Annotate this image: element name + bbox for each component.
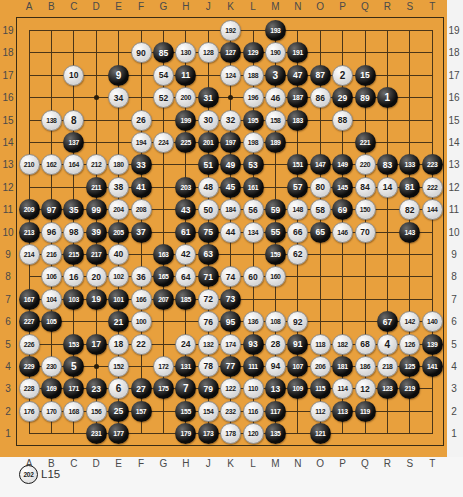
stone-N16[interactable]: 187 bbox=[287, 87, 308, 108]
row-label-left: 12 bbox=[0, 182, 16, 193]
stone-J14[interactable]: 201 bbox=[198, 132, 219, 153]
stone-J13[interactable]: 51 bbox=[198, 154, 219, 175]
stone-S6[interactable]: 142 bbox=[399, 311, 420, 332]
stone-G9[interactable]: 163 bbox=[153, 244, 174, 265]
stone-S11[interactable]: 82 bbox=[399, 199, 420, 220]
row-label-right: 10 bbox=[446, 227, 462, 238]
stone-H2[interactable]: 155 bbox=[175, 401, 196, 422]
stone-C5[interactable]: 153 bbox=[63, 334, 84, 355]
stone-G16[interactable]: 52 bbox=[153, 87, 174, 108]
star-point bbox=[94, 364, 99, 369]
stone-R6[interactable]: 67 bbox=[377, 311, 398, 332]
stone-L5[interactable]: 93 bbox=[243, 334, 264, 355]
stone-K1[interactable]: 178 bbox=[220, 423, 241, 444]
row-label-left: 4 bbox=[0, 361, 16, 372]
stone-N6[interactable]: 92 bbox=[287, 311, 308, 332]
stone-G18[interactable]: 85 bbox=[153, 42, 174, 63]
column-label-top: A bbox=[21, 1, 37, 12]
stone-M8[interactable]: 160 bbox=[265, 266, 286, 287]
stone-L8[interactable]: 60 bbox=[243, 266, 264, 287]
stone-H5[interactable]: 24 bbox=[175, 334, 196, 355]
stone-F2[interactable]: 157 bbox=[131, 401, 152, 422]
stone-P2[interactable]: 113 bbox=[332, 401, 353, 422]
stone-M4[interactable]: 94 bbox=[265, 356, 286, 377]
column-label-bottom: K bbox=[223, 458, 239, 469]
stone-O1[interactable]: 121 bbox=[310, 423, 331, 444]
column-label-bottom: C bbox=[66, 458, 82, 469]
stone-C9[interactable]: 215 bbox=[63, 244, 84, 265]
column-label-bottom: G bbox=[155, 458, 171, 469]
column-label-top: D bbox=[88, 1, 104, 12]
stone-E7[interactable]: 101 bbox=[108, 289, 129, 310]
column-label-top: P bbox=[335, 1, 351, 12]
stone-E5[interactable]: 18 bbox=[108, 334, 129, 355]
stone-D9[interactable]: 217 bbox=[86, 244, 107, 265]
stone-J15[interactable]: 30 bbox=[198, 110, 219, 131]
row-label-left: 19 bbox=[0, 25, 16, 36]
row-label-left: 5 bbox=[0, 339, 16, 350]
stone-B7[interactable]: 104 bbox=[41, 289, 62, 310]
stone-P15[interactable]: 88 bbox=[332, 110, 353, 131]
stone-P12[interactable]: 145 bbox=[332, 177, 353, 198]
stone-C15[interactable]: 8 bbox=[63, 110, 84, 131]
stone-Q10[interactable]: 70 bbox=[355, 222, 376, 243]
stone-R4[interactable]: 218 bbox=[377, 356, 398, 377]
stone-M18[interactable]: 190 bbox=[265, 42, 286, 63]
stone-N5[interactable]: 91 bbox=[287, 334, 308, 355]
stone-K15[interactable]: 32 bbox=[220, 110, 241, 131]
stone-N15[interactable]: 183 bbox=[287, 110, 308, 131]
stone-F15[interactable]: 26 bbox=[131, 110, 152, 131]
stone-N12[interactable]: 57 bbox=[287, 177, 308, 198]
stone-O3[interactable]: 115 bbox=[310, 378, 331, 399]
stone-A3[interactable]: 228 bbox=[19, 378, 40, 399]
stone-L15[interactable]: 195 bbox=[243, 110, 264, 131]
row-label-left: 13 bbox=[0, 159, 16, 170]
stone-C8[interactable]: 16 bbox=[63, 266, 84, 287]
stone-F6[interactable]: 100 bbox=[131, 311, 152, 332]
stone-J5[interactable]: 132 bbox=[198, 334, 219, 355]
stone-D3[interactable]: 23 bbox=[86, 378, 107, 399]
row-label-left: 1 bbox=[0, 428, 16, 439]
stone-S10[interactable]: 143 bbox=[399, 222, 420, 243]
stone-P3[interactable]: 114 bbox=[332, 378, 353, 399]
stone-E8[interactable]: 102 bbox=[108, 266, 129, 287]
stone-N13[interactable]: 151 bbox=[287, 154, 308, 175]
column-label-top: F bbox=[133, 1, 149, 12]
stone-Q2[interactable]: 119 bbox=[355, 401, 376, 422]
stone-H7[interactable]: 185 bbox=[175, 289, 196, 310]
stone-L1[interactable]: 120 bbox=[243, 423, 264, 444]
row-label-right: 11 bbox=[446, 204, 462, 215]
stone-B9[interactable]: 216 bbox=[41, 244, 62, 265]
stone-M11[interactable]: 59 bbox=[265, 199, 286, 220]
stone-F14[interactable]: 194 bbox=[131, 132, 152, 153]
stone-A4[interactable]: 229 bbox=[19, 356, 40, 377]
row-label-right: 2 bbox=[446, 406, 462, 417]
stone-P10[interactable]: 146 bbox=[332, 222, 353, 243]
stone-F13[interactable]: 33 bbox=[131, 154, 152, 175]
stone-N9[interactable]: 62 bbox=[287, 244, 308, 265]
stone-E17[interactable]: 9 bbox=[108, 65, 129, 86]
stone-Q5[interactable]: 68 bbox=[355, 334, 376, 355]
stone-B8[interactable]: 106 bbox=[41, 266, 62, 287]
stone-J8[interactable]: 71 bbox=[198, 266, 219, 287]
stone-O17[interactable]: 87 bbox=[310, 65, 331, 86]
row-label-right: 3 bbox=[446, 383, 462, 394]
stone-T6[interactable]: 140 bbox=[422, 311, 443, 332]
stone-C3[interactable]: 171 bbox=[63, 378, 84, 399]
stone-N4[interactable]: 107 bbox=[287, 356, 308, 377]
column-label-bottom: O bbox=[312, 458, 328, 469]
stone-M6[interactable]: 108 bbox=[265, 311, 286, 332]
column-label-top: N bbox=[290, 1, 306, 12]
stone-Q13[interactable]: 220 bbox=[355, 154, 376, 175]
column-label-top: Q bbox=[357, 1, 373, 12]
stone-T12[interactable]: 222 bbox=[422, 177, 443, 198]
stone-H14[interactable]: 225 bbox=[175, 132, 196, 153]
stone-Q14[interactable]: 221 bbox=[355, 132, 376, 153]
stone-B3[interactable]: 169 bbox=[41, 378, 62, 399]
stone-E9[interactable]: 40 bbox=[108, 244, 129, 265]
stone-O10[interactable]: 65 bbox=[310, 222, 331, 243]
stone-H11[interactable]: 43 bbox=[175, 199, 196, 220]
row-label-left: 2 bbox=[0, 406, 16, 417]
stone-J4[interactable]: 78 bbox=[198, 356, 219, 377]
stone-B6[interactable]: 105 bbox=[41, 311, 62, 332]
stone-F7[interactable]: 166 bbox=[131, 289, 152, 310]
stone-P13[interactable]: 149 bbox=[332, 154, 353, 175]
stone-M16[interactable]: 46 bbox=[265, 87, 286, 108]
stone-P16[interactable]: 29 bbox=[332, 87, 353, 108]
stone-E3[interactable]: 6 bbox=[108, 378, 129, 399]
stone-L12[interactable]: 161 bbox=[243, 177, 264, 198]
stone-E10[interactable]: 205 bbox=[108, 222, 129, 243]
stone-O5[interactable]: 118 bbox=[310, 334, 331, 355]
column-label-bottom: D bbox=[88, 458, 104, 469]
stone-K4[interactable]: 77 bbox=[220, 356, 241, 377]
stone-M3[interactable]: 13 bbox=[265, 378, 286, 399]
stone-C2[interactable]: 168 bbox=[63, 401, 84, 422]
stone-O2[interactable]: 112 bbox=[310, 401, 331, 422]
stone-H3[interactable]: 7 bbox=[175, 378, 196, 399]
stone-Q12[interactable]: 84 bbox=[355, 177, 376, 198]
stone-J3[interactable]: 79 bbox=[198, 378, 219, 399]
stone-N17[interactable]: 47 bbox=[287, 65, 308, 86]
column-label-bottom: N bbox=[290, 458, 306, 469]
stone-G3[interactable]: 175 bbox=[153, 378, 174, 399]
stone-E4[interactable]: 152 bbox=[108, 356, 129, 377]
row-label-left: 8 bbox=[0, 271, 16, 282]
stone-D11[interactable]: 99 bbox=[86, 199, 107, 220]
stone-P11[interactable]: 69 bbox=[332, 199, 353, 220]
stone-G17[interactable]: 54 bbox=[153, 65, 174, 86]
stone-L10[interactable]: 134 bbox=[243, 222, 264, 243]
stone-A6[interactable]: 227 bbox=[19, 311, 40, 332]
stone-O11[interactable]: 58 bbox=[310, 199, 331, 220]
stone-L18[interactable]: 129 bbox=[243, 42, 264, 63]
row-label-right: 15 bbox=[446, 115, 462, 126]
stone-L3[interactable]: 110 bbox=[243, 378, 264, 399]
row-label-right: 4 bbox=[446, 361, 462, 372]
stone-J10[interactable]: 75 bbox=[198, 222, 219, 243]
stone-K17[interactable]: 124 bbox=[220, 65, 241, 86]
stone-D13[interactable]: 212 bbox=[86, 154, 107, 175]
stone-C11[interactable]: 35 bbox=[63, 199, 84, 220]
stone-J1[interactable]: 173 bbox=[198, 423, 219, 444]
stone-J9[interactable]: 63 bbox=[198, 244, 219, 265]
row-label-right: 9 bbox=[446, 249, 462, 260]
go-kifu-diagram: AABBCCDDEEFFGGHHJJKKLLMMNNOOPPQQRRSSTT19… bbox=[0, 0, 463, 497]
stone-T13[interactable]: 223 bbox=[422, 154, 443, 175]
row-label-right: 16 bbox=[446, 92, 462, 103]
stone-H4[interactable]: 131 bbox=[175, 356, 196, 377]
column-label-top: L bbox=[245, 1, 261, 12]
stone-E1[interactable]: 177 bbox=[108, 423, 129, 444]
caption-stone-202: 202 bbox=[19, 465, 38, 484]
stone-L4[interactable]: 111 bbox=[243, 356, 264, 377]
stone-N10[interactable]: 66 bbox=[287, 222, 308, 243]
column-label-top: O bbox=[312, 1, 328, 12]
row-label-right: 18 bbox=[446, 47, 462, 58]
column-label-top: T bbox=[424, 1, 440, 12]
stone-C4[interactable]: 5 bbox=[63, 356, 84, 377]
column-label-bottom: Q bbox=[357, 458, 373, 469]
column-label-bottom: H bbox=[178, 458, 194, 469]
stone-Q4[interactable]: 186 bbox=[355, 356, 376, 377]
stone-R16[interactable]: 1 bbox=[377, 87, 398, 108]
stone-P5[interactable]: 182 bbox=[332, 334, 353, 355]
row-label-right: 8 bbox=[446, 271, 462, 282]
stone-E16[interactable]: 34 bbox=[108, 87, 129, 108]
stone-E6[interactable]: 21 bbox=[108, 311, 129, 332]
stone-H1[interactable]: 179 bbox=[175, 423, 196, 444]
stone-K3[interactable]: 122 bbox=[220, 378, 241, 399]
stone-E11[interactable]: 204 bbox=[108, 199, 129, 220]
stone-R3[interactable]: 123 bbox=[377, 378, 398, 399]
stone-L2[interactable]: 116 bbox=[243, 401, 264, 422]
column-label-top: B bbox=[43, 1, 59, 12]
stone-M1[interactable]: 135 bbox=[265, 423, 286, 444]
stone-Q16[interactable]: 89 bbox=[355, 87, 376, 108]
stone-A10[interactable]: 213 bbox=[19, 222, 40, 243]
stone-Q11[interactable]: 150 bbox=[355, 199, 376, 220]
stone-J16[interactable]: 31 bbox=[198, 87, 219, 108]
column-label-bottom: T bbox=[424, 458, 440, 469]
stone-F3[interactable]: 27 bbox=[131, 378, 152, 399]
stone-F10[interactable]: 37 bbox=[131, 222, 152, 243]
stone-J6[interactable]: 76 bbox=[198, 311, 219, 332]
stone-K14[interactable]: 197 bbox=[220, 132, 241, 153]
stone-A13[interactable]: 210 bbox=[19, 154, 40, 175]
stone-H8[interactable]: 64 bbox=[175, 266, 196, 287]
stone-B13[interactable]: 162 bbox=[41, 154, 62, 175]
stone-C13[interactable]: 164 bbox=[63, 154, 84, 175]
stone-B2[interactable]: 170 bbox=[41, 401, 62, 422]
row-label-left: 16 bbox=[0, 92, 16, 103]
stone-D1[interactable]: 231 bbox=[86, 423, 107, 444]
stone-S12[interactable]: 81 bbox=[399, 177, 420, 198]
stone-L16[interactable]: 196 bbox=[243, 87, 264, 108]
stone-H10[interactable]: 61 bbox=[175, 222, 196, 243]
stone-J2[interactable]: 154 bbox=[198, 401, 219, 422]
column-label-top: C bbox=[66, 1, 82, 12]
stone-L13[interactable]: 53 bbox=[243, 154, 264, 175]
stone-A11[interactable]: 209 bbox=[19, 199, 40, 220]
stone-B4[interactable]: 230 bbox=[41, 356, 62, 377]
stone-D5[interactable]: 17 bbox=[86, 334, 107, 355]
row-label-right: 5 bbox=[446, 339, 462, 350]
stone-D10[interactable]: 39 bbox=[86, 222, 107, 243]
column-label-top: H bbox=[178, 1, 194, 12]
column-label-top: R bbox=[379, 1, 395, 12]
stone-E2[interactable]: 25 bbox=[108, 401, 129, 422]
stone-H15[interactable]: 199 bbox=[175, 110, 196, 131]
stone-F18[interactable]: 90 bbox=[131, 42, 152, 63]
row-label-left: 15 bbox=[0, 115, 16, 126]
stone-S3[interactable]: 219 bbox=[399, 378, 420, 399]
stone-H9[interactable]: 42 bbox=[175, 244, 196, 265]
stone-R5[interactable]: 4 bbox=[377, 334, 398, 355]
stone-C10[interactable]: 98 bbox=[63, 222, 84, 243]
row-label-left: 14 bbox=[0, 137, 16, 148]
column-label-bottom: E bbox=[111, 458, 127, 469]
stone-O4[interactable]: 206 bbox=[310, 356, 331, 377]
stone-P17[interactable]: 2 bbox=[332, 65, 353, 86]
row-label-left: 17 bbox=[0, 70, 16, 81]
stone-M19[interactable]: 193 bbox=[265, 20, 286, 41]
row-label-right: 13 bbox=[446, 159, 462, 170]
stone-T5[interactable]: 139 bbox=[422, 334, 443, 355]
row-label-left: 10 bbox=[0, 227, 16, 238]
stone-S4[interactable]: 125 bbox=[399, 356, 420, 377]
stone-A9[interactable]: 214 bbox=[19, 244, 40, 265]
stone-H17[interactable]: 11 bbox=[175, 65, 196, 86]
stone-M10[interactable]: 55 bbox=[265, 222, 286, 243]
stone-K18[interactable]: 127 bbox=[220, 42, 241, 63]
stone-F11[interactable]: 208 bbox=[131, 199, 152, 220]
stone-D8[interactable]: 20 bbox=[86, 266, 107, 287]
stone-H12[interactable]: 203 bbox=[175, 177, 196, 198]
row-label-right: 19 bbox=[446, 25, 462, 36]
stone-O16[interactable]: 86 bbox=[310, 87, 331, 108]
stone-R13[interactable]: 83 bbox=[377, 154, 398, 175]
stone-M5[interactable]: 28 bbox=[265, 334, 286, 355]
stone-G4[interactable]: 172 bbox=[153, 356, 174, 377]
stone-E12[interactable]: 38 bbox=[108, 177, 129, 198]
go-board[interactable]: AABBCCDDEEFFGGHHJJKKLLMMNNOOPPQQRRSSTT19… bbox=[0, 0, 463, 457]
column-label-bottom: F bbox=[133, 458, 149, 469]
stone-K6[interactable]: 95 bbox=[220, 311, 241, 332]
stone-N11[interactable]: 148 bbox=[287, 199, 308, 220]
stone-D2[interactable]: 156 bbox=[86, 401, 107, 422]
stone-M15[interactable]: 158 bbox=[265, 110, 286, 131]
stone-M14[interactable]: 189 bbox=[265, 132, 286, 153]
row-label-left: 3 bbox=[0, 383, 16, 394]
stone-K8[interactable]: 74 bbox=[220, 266, 241, 287]
stone-E13[interactable]: 180 bbox=[108, 154, 129, 175]
stone-J12[interactable]: 48 bbox=[198, 177, 219, 198]
stone-C17[interactable]: 10 bbox=[63, 65, 84, 86]
stone-B15[interactable]: 138 bbox=[41, 110, 62, 131]
stone-C14[interactable]: 137 bbox=[63, 132, 84, 153]
stone-F5[interactable]: 22 bbox=[131, 334, 152, 355]
row-label-left: 18 bbox=[0, 47, 16, 58]
stone-K19[interactable]: 192 bbox=[220, 20, 241, 41]
stone-T4[interactable]: 141 bbox=[422, 356, 443, 377]
row-label-left: 11 bbox=[0, 204, 16, 215]
stone-N3[interactable]: 109 bbox=[287, 378, 308, 399]
stone-C7[interactable]: 103 bbox=[63, 289, 84, 310]
stone-J11[interactable]: 50 bbox=[198, 199, 219, 220]
stone-G14[interactable]: 224 bbox=[153, 132, 174, 153]
stone-T11[interactable]: 144 bbox=[422, 199, 443, 220]
stone-K2[interactable]: 232 bbox=[220, 401, 241, 422]
column-label-top: J bbox=[200, 1, 216, 12]
stone-S13[interactable]: 133 bbox=[399, 154, 420, 175]
stone-L17[interactable]: 188 bbox=[243, 65, 264, 86]
stone-A7[interactable]: 167 bbox=[19, 289, 40, 310]
row-label-right: 1 bbox=[446, 428, 462, 439]
stone-J7[interactable]: 72 bbox=[198, 289, 219, 310]
stone-J18[interactable]: 128 bbox=[198, 42, 219, 63]
stone-G8[interactable]: 165 bbox=[153, 266, 174, 287]
stone-F12[interactable]: 41 bbox=[131, 177, 152, 198]
stone-K7[interactable]: 73 bbox=[220, 289, 241, 310]
stone-B11[interactable]: 97 bbox=[41, 199, 62, 220]
stone-O12[interactable]: 80 bbox=[310, 177, 331, 198]
stone-K5[interactable]: 174 bbox=[220, 334, 241, 355]
row-label-right: 12 bbox=[446, 182, 462, 193]
row-label-left: 9 bbox=[0, 249, 16, 260]
row-label-right: 6 bbox=[446, 316, 462, 327]
stone-S5[interactable]: 126 bbox=[399, 334, 420, 355]
stone-K13[interactable]: 49 bbox=[220, 154, 241, 175]
stone-M2[interactable]: 117 bbox=[265, 401, 286, 422]
stone-L11[interactable]: 56 bbox=[243, 199, 264, 220]
stone-Q3[interactable]: 12 bbox=[355, 378, 376, 399]
stone-P4[interactable]: 181 bbox=[332, 356, 353, 377]
stone-L6[interactable]: 136 bbox=[243, 311, 264, 332]
stone-K12[interactable]: 45 bbox=[220, 177, 241, 198]
column-label-bottom: J bbox=[200, 458, 216, 469]
column-label-top: K bbox=[223, 1, 239, 12]
stone-K10[interactable]: 44 bbox=[220, 222, 241, 243]
stone-H16[interactable]: 200 bbox=[175, 87, 196, 108]
stone-R12[interactable]: 14 bbox=[377, 177, 398, 198]
star-point bbox=[94, 95, 99, 100]
stone-H18[interactable]: 130 bbox=[175, 42, 196, 63]
stone-A2[interactable]: 176 bbox=[19, 401, 40, 422]
stone-Q17[interactable]: 15 bbox=[355, 65, 376, 86]
stone-A5[interactable]: 226 bbox=[19, 334, 40, 355]
stone-O13[interactable]: 147 bbox=[310, 154, 331, 175]
stone-M9[interactable]: 159 bbox=[265, 244, 286, 265]
stone-G7[interactable]: 207 bbox=[153, 289, 174, 310]
stone-D7[interactable]: 19 bbox=[86, 289, 107, 310]
caption: 202 L15 bbox=[19, 464, 60, 484]
stone-B10[interactable]: 96 bbox=[41, 222, 62, 243]
column-label-bottom: M bbox=[267, 458, 283, 469]
stone-N18[interactable]: 191 bbox=[287, 42, 308, 63]
stone-M17[interactable]: 3 bbox=[265, 65, 286, 86]
stone-L14[interactable]: 198 bbox=[243, 132, 264, 153]
caption-move-number: 202 bbox=[24, 471, 34, 478]
column-label-bottom: R bbox=[379, 458, 395, 469]
stone-F8[interactable]: 36 bbox=[131, 266, 152, 287]
stone-D12[interactable]: 211 bbox=[86, 177, 107, 198]
stone-K11[interactable]: 184 bbox=[220, 199, 241, 220]
